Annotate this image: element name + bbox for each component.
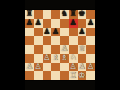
square-d1[interactable] — [51, 71, 60, 80]
black-king-g8: ♚ — [78, 10, 85, 18]
black-pawn-f7: ♟ — [70, 19, 77, 27]
square-f7[interactable]: ♟ — [69, 19, 78, 28]
white-knight-f3: ♘ — [70, 54, 77, 62]
white-king-g1: ♔ — [78, 71, 85, 79]
video-frame: ♜♞♜♚♟♟♟♟♟♟♟♙♕♙♗♗♘♙♙♙♙♙♖♔ — [0, 0, 120, 90]
white-pawn-e4: ♙ — [61, 45, 68, 53]
white-pawn-a2: ♙ — [26, 63, 33, 71]
square-e7[interactable] — [60, 19, 69, 28]
square-c4[interactable] — [43, 45, 52, 54]
square-h5[interactable] — [86, 36, 95, 45]
black-pawn-b7: ♟ — [35, 19, 42, 27]
square-a5[interactable] — [25, 36, 34, 45]
square-f5[interactable] — [69, 36, 78, 45]
square-c8[interactable] — [43, 10, 52, 19]
square-b1[interactable] — [34, 71, 43, 80]
square-g1[interactable]: ♔ — [78, 71, 87, 80]
square-f3[interactable]: ♘ — [69, 54, 78, 63]
right-pillarbox — [95, 0, 120, 90]
square-d2[interactable] — [51, 63, 60, 72]
top-letterbox — [25, 0, 95, 10]
white-rook-f1: ♖ — [70, 71, 77, 79]
black-rook-a8: ♜ — [26, 10, 33, 18]
square-b5[interactable] — [34, 36, 43, 45]
square-e4[interactable]: ♙ — [60, 45, 69, 54]
square-h7[interactable]: ♟ — [86, 19, 95, 28]
square-e6[interactable] — [60, 28, 69, 37]
square-g3[interactable] — [78, 54, 87, 63]
white-pawn-h2: ♙ — [87, 63, 94, 71]
square-c5[interactable] — [43, 36, 52, 45]
square-g2[interactable]: ♙ — [78, 63, 87, 72]
square-e2[interactable] — [60, 63, 69, 72]
black-pawn-h7: ♟ — [87, 19, 94, 27]
square-a8[interactable]: ♜ — [25, 10, 34, 19]
square-f8[interactable]: ♜ — [69, 10, 78, 19]
square-e1[interactable] — [60, 71, 69, 80]
black-rook-f8: ♜ — [70, 10, 77, 18]
square-g5[interactable] — [78, 36, 87, 45]
square-h6[interactable] — [86, 28, 95, 37]
square-a3[interactable] — [25, 54, 34, 63]
square-c2[interactable] — [43, 63, 52, 72]
square-h4[interactable] — [86, 45, 95, 54]
square-b6[interactable] — [34, 28, 43, 37]
black-pawn-c6: ♟ — [43, 28, 50, 36]
square-a2[interactable]: ♙ — [25, 63, 34, 72]
square-c3[interactable]: ♙ — [43, 54, 52, 63]
square-g6[interactable]: ♟ — [78, 28, 87, 37]
square-b7[interactable]: ♟ — [34, 19, 43, 28]
square-g4[interactable]: ♕ — [78, 45, 87, 54]
chess-board[interactable]: ♜♞♜♚♟♟♟♟♟♟♟♙♕♙♗♗♘♙♙♙♙♙♖♔ — [25, 10, 95, 80]
white-pawn-c3: ♙ — [43, 54, 50, 62]
white-pawn-f2: ♙ — [70, 63, 77, 71]
black-pawn-d6: ♟ — [52, 28, 59, 36]
square-f1[interactable]: ♖ — [69, 71, 78, 80]
square-a7[interactable]: ♟ — [25, 19, 34, 28]
square-d5[interactable] — [51, 36, 60, 45]
square-c7[interactable] — [43, 19, 52, 28]
white-queen-g4: ♕ — [78, 45, 85, 53]
square-d4[interactable] — [51, 45, 60, 54]
square-h8[interactable] — [86, 10, 95, 19]
square-h2[interactable]: ♙ — [86, 63, 95, 72]
square-f4[interactable] — [69, 45, 78, 54]
square-g7[interactable] — [78, 19, 87, 28]
square-h3[interactable] — [86, 54, 95, 63]
square-f2[interactable]: ♙ — [69, 63, 78, 72]
square-b4[interactable] — [34, 45, 43, 54]
black-pawn-g6: ♟ — [78, 28, 85, 36]
black-knight-e8: ♞ — [61, 10, 68, 18]
square-d3[interactable]: ♗ — [51, 54, 60, 63]
square-b8[interactable] — [34, 10, 43, 19]
square-d8[interactable] — [51, 10, 60, 19]
white-bishop-e3: ♗ — [61, 54, 68, 62]
square-e5[interactable] — [60, 36, 69, 45]
square-a4[interactable] — [25, 45, 34, 54]
square-b3[interactable] — [34, 54, 43, 63]
square-a1[interactable] — [25, 71, 34, 80]
square-h1[interactable] — [86, 71, 95, 80]
black-pawn-a7: ♟ — [26, 19, 33, 27]
white-pawn-g2: ♙ — [78, 63, 85, 71]
bottom-letterbox — [25, 80, 95, 90]
square-f6[interactable] — [69, 28, 78, 37]
square-a6[interactable] — [25, 28, 34, 37]
square-d6[interactable]: ♟ — [51, 28, 60, 37]
square-g8[interactable]: ♚ — [78, 10, 87, 19]
square-b2[interactable]: ♙ — [34, 63, 43, 72]
square-c6[interactable]: ♟ — [43, 28, 52, 37]
square-c1[interactable] — [43, 71, 52, 80]
square-e3[interactable]: ♗ — [60, 54, 69, 63]
left-pillarbox — [0, 0, 25, 90]
square-d7[interactable] — [51, 19, 60, 28]
square-e8[interactable]: ♞ — [60, 10, 69, 19]
white-bishop-d3: ♗ — [52, 54, 59, 62]
white-pawn-b2: ♙ — [35, 63, 42, 71]
